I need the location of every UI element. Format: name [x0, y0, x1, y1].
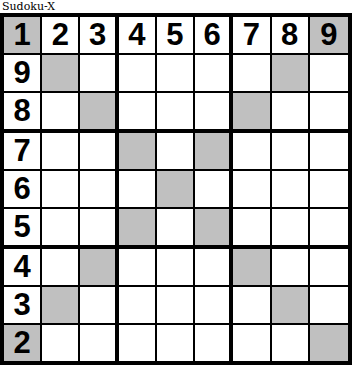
cell-r3c1[interactable]: 8 [4, 93, 42, 133]
cell-r2c3[interactable] [80, 55, 118, 93]
cell-r8c7[interactable] [233, 287, 271, 325]
cell-r4c3[interactable] [80, 133, 118, 171]
cell-r3c9[interactable] [310, 93, 348, 133]
cell-r5c9[interactable] [310, 171, 348, 209]
cell-r8c8[interactable] [272, 287, 310, 325]
cell-r9c5[interactable] [157, 325, 195, 361]
cell-r3c2[interactable] [42, 93, 80, 133]
cell-r3c7[interactable] [233, 93, 271, 133]
cell-r7c6[interactable] [195, 249, 233, 287]
cell-r1c1[interactable]: 1 [4, 17, 42, 55]
cell-r4c1[interactable]: 7 [4, 133, 42, 171]
cell-r9c4[interactable] [119, 325, 157, 361]
cell-r1c3[interactable]: 3 [80, 17, 118, 55]
cell-r8c5[interactable] [157, 287, 195, 325]
cell-r4c6[interactable] [195, 133, 233, 171]
cell-r7c7[interactable] [233, 249, 271, 287]
cell-r1c5[interactable]: 5 [157, 17, 195, 55]
cell-r7c2[interactable] [42, 249, 80, 287]
cell-r2c7[interactable] [233, 55, 271, 93]
cell-r7c8[interactable] [272, 249, 310, 287]
cell-r4c2[interactable] [42, 133, 80, 171]
cell-r4c5[interactable] [157, 133, 195, 171]
cell-r7c5[interactable] [157, 249, 195, 287]
cell-r6c9[interactable] [310, 209, 348, 249]
cell-r8c3[interactable] [80, 287, 118, 325]
cell-r4c8[interactable] [272, 133, 310, 171]
cell-r3c8[interactable] [272, 93, 310, 133]
cell-r9c9[interactable] [310, 325, 348, 361]
cell-r6c5[interactable] [157, 209, 195, 249]
cell-r6c8[interactable] [272, 209, 310, 249]
cell-r2c9[interactable] [310, 55, 348, 93]
cell-r2c6[interactable] [195, 55, 233, 93]
cell-r4c7[interactable] [233, 133, 271, 171]
cell-r5c3[interactable] [80, 171, 118, 209]
cell-r5c1[interactable]: 6 [4, 171, 42, 209]
cell-r9c8[interactable] [272, 325, 310, 361]
cell-r9c7[interactable] [233, 325, 271, 361]
cell-r7c4[interactable] [119, 249, 157, 287]
cell-r1c4[interactable]: 4 [119, 17, 157, 55]
sudoku-page: Sudoku-X 12345678998765432 [0, 0, 352, 365]
cell-r5c7[interactable] [233, 171, 271, 209]
cell-r9c1[interactable]: 2 [4, 325, 42, 361]
puzzle-title: Sudoku-X [0, 0, 352, 13]
cell-r9c2[interactable] [42, 325, 80, 361]
cell-r8c2[interactable] [42, 287, 80, 325]
cell-r6c7[interactable] [233, 209, 271, 249]
cell-r5c8[interactable] [272, 171, 310, 209]
cell-r8c4[interactable] [119, 287, 157, 325]
cell-r2c5[interactable] [157, 55, 195, 93]
cell-r2c2[interactable] [42, 55, 80, 93]
cell-r7c1[interactable]: 4 [4, 249, 42, 287]
sudoku-grid: 12345678998765432 [0, 13, 352, 365]
cell-r5c5[interactable] [157, 171, 195, 209]
cell-r1c2[interactable]: 2 [42, 17, 80, 55]
cell-r1c9[interactable]: 9 [310, 17, 348, 55]
cell-r6c2[interactable] [42, 209, 80, 249]
cell-r2c1[interactable]: 9 [4, 55, 42, 93]
cell-r6c1[interactable]: 5 [4, 209, 42, 249]
cell-r7c3[interactable] [80, 249, 118, 287]
cell-r3c4[interactable] [119, 93, 157, 133]
cell-r1c7[interactable]: 7 [233, 17, 271, 55]
cell-r8c6[interactable] [195, 287, 233, 325]
cell-r9c3[interactable] [80, 325, 118, 361]
cell-r8c9[interactable] [310, 287, 348, 325]
cell-r2c4[interactable] [119, 55, 157, 93]
cell-r5c4[interactable] [119, 171, 157, 209]
cell-r6c4[interactable] [119, 209, 157, 249]
cell-r2c8[interactable] [272, 55, 310, 93]
cell-r3c3[interactable] [80, 93, 118, 133]
cell-r1c6[interactable]: 6 [195, 17, 233, 55]
cell-r4c4[interactable] [119, 133, 157, 171]
cell-r5c6[interactable] [195, 171, 233, 209]
cell-r3c5[interactable] [157, 93, 195, 133]
cell-r4c9[interactable] [310, 133, 348, 171]
cell-r5c2[interactable] [42, 171, 80, 209]
cell-r3c6[interactable] [195, 93, 233, 133]
cell-r9c6[interactable] [195, 325, 233, 361]
cell-r6c3[interactable] [80, 209, 118, 249]
cell-r6c6[interactable] [195, 209, 233, 249]
cell-r8c1[interactable]: 3 [4, 287, 42, 325]
cell-r1c8[interactable]: 8 [272, 17, 310, 55]
cell-r7c9[interactable] [310, 249, 348, 287]
